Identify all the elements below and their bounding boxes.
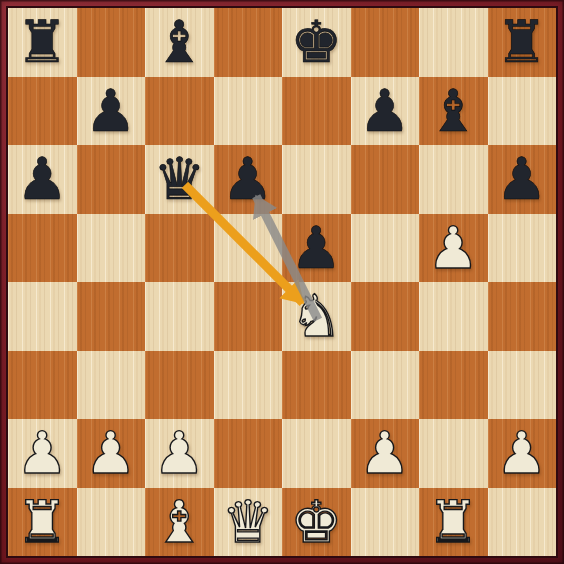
white-pawn-g5: ♟ xyxy=(427,219,479,277)
white-pawn-b2: ♟ xyxy=(85,424,137,482)
square-f8[interactable] xyxy=(351,8,420,77)
white-pawn-h2: ♟ xyxy=(496,424,548,482)
square-g7[interactable]: ♝ xyxy=(419,77,488,146)
square-b5[interactable] xyxy=(77,214,146,283)
square-g1[interactable]: ♜ xyxy=(419,488,488,557)
square-e1[interactable]: ♚ xyxy=(282,488,351,557)
square-a3[interactable] xyxy=(8,351,77,420)
square-g3[interactable] xyxy=(419,351,488,420)
square-h1[interactable] xyxy=(488,488,557,557)
square-e8[interactable]: ♚ xyxy=(282,8,351,77)
square-h7[interactable] xyxy=(488,77,557,146)
black-rook-h8: ♜ xyxy=(496,13,548,71)
square-c2[interactable]: ♟ xyxy=(145,419,214,488)
white-queen-d1: ♛ xyxy=(222,493,274,551)
square-d6[interactable]: ♟ xyxy=(214,145,283,214)
black-pawn-f7: ♟ xyxy=(359,82,411,140)
square-e2[interactable] xyxy=(282,419,351,488)
black-pawn-e5: ♟ xyxy=(290,219,342,277)
square-c1[interactable]: ♝ xyxy=(145,488,214,557)
square-g8[interactable] xyxy=(419,8,488,77)
square-c7[interactable] xyxy=(145,77,214,146)
black-pawn-d6: ♟ xyxy=(222,150,274,208)
square-a7[interactable] xyxy=(8,77,77,146)
square-b2[interactable]: ♟ xyxy=(77,419,146,488)
black-bishop-c8: ♝ xyxy=(153,13,205,71)
square-g4[interactable] xyxy=(419,282,488,351)
square-e3[interactable] xyxy=(282,351,351,420)
black-pawn-b7: ♟ xyxy=(85,82,137,140)
square-b4[interactable] xyxy=(77,282,146,351)
square-c6[interactable]: ♛ xyxy=(145,145,214,214)
square-g5[interactable]: ♟ xyxy=(419,214,488,283)
black-king-e8: ♚ xyxy=(290,13,342,71)
square-h4[interactable] xyxy=(488,282,557,351)
square-b6[interactable] xyxy=(77,145,146,214)
white-rook-g1: ♜ xyxy=(427,493,479,551)
square-a2[interactable]: ♟ xyxy=(8,419,77,488)
square-a5[interactable] xyxy=(8,214,77,283)
square-h8[interactable]: ♜ xyxy=(488,8,557,77)
white-knight-e4: ♞ xyxy=(290,287,342,345)
square-c8[interactable]: ♝ xyxy=(145,8,214,77)
square-b3[interactable] xyxy=(77,351,146,420)
square-h2[interactable]: ♟ xyxy=(488,419,557,488)
square-e4[interactable]: ♞ xyxy=(282,282,351,351)
white-bishop-c1: ♝ xyxy=(153,493,205,551)
square-h3[interactable] xyxy=(488,351,557,420)
black-pawn-h6: ♟ xyxy=(496,150,548,208)
square-f2[interactable]: ♟ xyxy=(351,419,420,488)
square-h6[interactable]: ♟ xyxy=(488,145,557,214)
square-c4[interactable] xyxy=(145,282,214,351)
square-d4[interactable] xyxy=(214,282,283,351)
square-g6[interactable] xyxy=(419,145,488,214)
square-f4[interactable] xyxy=(351,282,420,351)
square-a8[interactable]: ♜ xyxy=(8,8,77,77)
square-f3[interactable] xyxy=(351,351,420,420)
square-b7[interactable]: ♟ xyxy=(77,77,146,146)
square-b1[interactable] xyxy=(77,488,146,557)
white-pawn-f2: ♟ xyxy=(359,424,411,482)
white-rook-a1: ♜ xyxy=(16,493,68,551)
square-d7[interactable] xyxy=(214,77,283,146)
square-f7[interactable]: ♟ xyxy=(351,77,420,146)
square-d1[interactable]: ♛ xyxy=(214,488,283,557)
square-g2[interactable] xyxy=(419,419,488,488)
square-e6[interactable] xyxy=(282,145,351,214)
black-rook-a8: ♜ xyxy=(16,13,68,71)
square-b8[interactable] xyxy=(77,8,146,77)
square-c3[interactable] xyxy=(145,351,214,420)
white-pawn-c2: ♟ xyxy=(153,424,205,482)
square-d5[interactable] xyxy=(214,214,283,283)
board-frame: ♜♝♚♜♟♟♝♟♛♟♟♟♟♞♟♟♟♟♟♜♝♛♚♜ xyxy=(0,0,564,564)
black-bishop-g7: ♝ xyxy=(427,82,479,140)
square-h5[interactable] xyxy=(488,214,557,283)
square-a1[interactable]: ♜ xyxy=(8,488,77,557)
square-c5[interactable] xyxy=(145,214,214,283)
square-a6[interactable]: ♟ xyxy=(8,145,77,214)
square-f5[interactable] xyxy=(351,214,420,283)
square-d3[interactable] xyxy=(214,351,283,420)
white-king-e1: ♚ xyxy=(290,493,342,551)
square-e5[interactable]: ♟ xyxy=(282,214,351,283)
black-queen-c6: ♛ xyxy=(153,150,205,208)
chess-board: ♜♝♚♜♟♟♝♟♛♟♟♟♟♞♟♟♟♟♟♜♝♛♚♜ xyxy=(6,6,558,558)
black-pawn-a6: ♟ xyxy=(16,150,68,208)
square-a4[interactable] xyxy=(8,282,77,351)
square-f1[interactable] xyxy=(351,488,420,557)
square-e7[interactable] xyxy=(282,77,351,146)
square-d2[interactable] xyxy=(214,419,283,488)
square-d8[interactable] xyxy=(214,8,283,77)
white-pawn-a2: ♟ xyxy=(16,424,68,482)
square-f6[interactable] xyxy=(351,145,420,214)
